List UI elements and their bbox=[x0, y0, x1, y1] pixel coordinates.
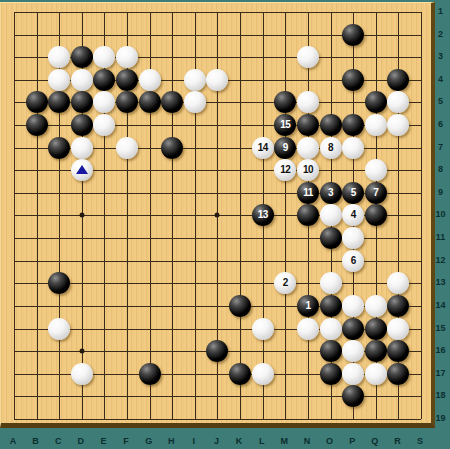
column-label-g: G bbox=[140, 436, 158, 446]
row-label-10: 10 bbox=[433, 209, 448, 219]
column-label-o: O bbox=[321, 436, 339, 446]
row-label-5: 5 bbox=[433, 96, 448, 106]
white-stone-p12: 6 bbox=[342, 250, 364, 272]
go-app-window: 151498121011357134621 ABCDEFGHIJKLMNOPQR… bbox=[0, 0, 450, 449]
black-stone-p2 bbox=[342, 24, 364, 46]
black-stone-e4 bbox=[93, 69, 115, 91]
black-stone-c13 bbox=[48, 272, 70, 294]
column-label-d: D bbox=[72, 436, 90, 446]
triangle-marker-icon bbox=[76, 165, 88, 174]
hoshi-point bbox=[79, 349, 84, 354]
row-label-4: 4 bbox=[433, 74, 448, 84]
black-stone-o16 bbox=[320, 340, 342, 362]
black-stone-o14 bbox=[320, 295, 342, 317]
white-stone-p7 bbox=[342, 137, 364, 159]
row-label-13: 13 bbox=[433, 277, 448, 287]
column-label-q: Q bbox=[366, 436, 384, 446]
white-stone-f7 bbox=[116, 137, 138, 159]
white-stone-m13: 2 bbox=[274, 272, 296, 294]
white-stone-q6 bbox=[365, 114, 387, 136]
white-stone-c15 bbox=[48, 318, 70, 340]
black-stone-k17 bbox=[229, 363, 251, 385]
column-label-a: A bbox=[4, 436, 22, 446]
black-stone-l10: 13 bbox=[252, 204, 274, 226]
white-stone-e5 bbox=[93, 91, 115, 113]
column-label-n: N bbox=[298, 436, 316, 446]
white-stone-c3 bbox=[48, 46, 70, 68]
white-stone-e6 bbox=[93, 114, 115, 136]
black-stone-f4 bbox=[116, 69, 138, 91]
black-stone-f5 bbox=[116, 91, 138, 113]
hoshi-point bbox=[79, 213, 84, 218]
grid-line-horizontal bbox=[14, 283, 421, 284]
white-stone-d7 bbox=[71, 137, 93, 159]
black-stone-o6 bbox=[320, 114, 342, 136]
column-label-p: P bbox=[343, 436, 361, 446]
black-stone-g5 bbox=[139, 91, 161, 113]
white-stone-n8: 10 bbox=[297, 159, 319, 181]
black-stone-r17 bbox=[387, 363, 409, 385]
black-stone-b5 bbox=[26, 91, 48, 113]
black-stone-q5 bbox=[365, 91, 387, 113]
white-stone-p16 bbox=[342, 340, 364, 362]
column-label-l: L bbox=[253, 436, 271, 446]
black-stone-r16 bbox=[387, 340, 409, 362]
row-label-6: 6 bbox=[433, 119, 448, 129]
grid-line-vertical bbox=[240, 12, 241, 419]
white-stone-n15 bbox=[297, 318, 319, 340]
white-stone-o13 bbox=[320, 272, 342, 294]
row-label-19: 19 bbox=[433, 413, 448, 423]
white-stone-n7 bbox=[297, 137, 319, 159]
black-stone-d3 bbox=[71, 46, 93, 68]
black-stone-n9: 11 bbox=[297, 182, 319, 204]
white-stone-n3 bbox=[297, 46, 319, 68]
black-stone-r14 bbox=[387, 295, 409, 317]
column-label-s: S bbox=[411, 436, 429, 446]
black-stone-p18 bbox=[342, 385, 364, 407]
row-label-12: 12 bbox=[433, 255, 448, 265]
black-stone-n10 bbox=[297, 204, 319, 226]
black-stone-o11 bbox=[320, 227, 342, 249]
white-stone-r6 bbox=[387, 114, 409, 136]
hoshi-point bbox=[215, 213, 220, 218]
row-label-2: 2 bbox=[433, 29, 448, 39]
board-grid: 151498121011357134621 bbox=[14, 12, 421, 419]
column-label-c: C bbox=[49, 436, 67, 446]
white-stone-n5 bbox=[297, 91, 319, 113]
column-label-b: B bbox=[27, 436, 45, 446]
black-stone-m5 bbox=[274, 91, 296, 113]
white-stone-p17 bbox=[342, 363, 364, 385]
black-stone-q9: 7 bbox=[365, 182, 387, 204]
white-stone-d8 bbox=[71, 159, 93, 181]
column-label-h: H bbox=[162, 436, 180, 446]
black-stone-p6 bbox=[342, 114, 364, 136]
black-stone-b6 bbox=[26, 114, 48, 136]
column-label-k: K bbox=[230, 436, 248, 446]
black-stone-h5 bbox=[161, 91, 183, 113]
white-stone-o10 bbox=[320, 204, 342, 226]
column-label-e: E bbox=[94, 436, 112, 446]
black-stone-q10 bbox=[365, 204, 387, 226]
black-stone-o9: 3 bbox=[320, 182, 342, 204]
black-stone-p9: 5 bbox=[342, 182, 364, 204]
row-label-7: 7 bbox=[433, 142, 448, 152]
row-label-17: 17 bbox=[433, 368, 448, 378]
white-stone-i4 bbox=[184, 69, 206, 91]
white-stone-q14 bbox=[365, 295, 387, 317]
row-label-15: 15 bbox=[433, 323, 448, 333]
black-stone-c5 bbox=[48, 91, 70, 113]
row-label-11: 11 bbox=[433, 232, 448, 242]
white-stone-g4 bbox=[139, 69, 161, 91]
row-label-16: 16 bbox=[433, 345, 448, 355]
white-stone-p11 bbox=[342, 227, 364, 249]
white-stone-d4 bbox=[71, 69, 93, 91]
black-stone-h7 bbox=[161, 137, 183, 159]
column-label-i: I bbox=[185, 436, 203, 446]
black-stone-g17 bbox=[139, 363, 161, 385]
white-stone-r13 bbox=[387, 272, 409, 294]
black-stone-d6 bbox=[71, 114, 93, 136]
row-label-8: 8 bbox=[433, 164, 448, 174]
black-stone-r4 bbox=[387, 69, 409, 91]
black-stone-p15 bbox=[342, 318, 364, 340]
black-stone-n6 bbox=[297, 114, 319, 136]
white-stone-q17 bbox=[365, 363, 387, 385]
row-label-18: 18 bbox=[433, 390, 448, 400]
black-stone-k14 bbox=[229, 295, 251, 317]
white-stone-m8: 12 bbox=[274, 159, 296, 181]
white-stone-l17 bbox=[252, 363, 274, 385]
black-stone-c7 bbox=[48, 137, 70, 159]
white-stone-i5 bbox=[184, 91, 206, 113]
white-stone-p14 bbox=[342, 295, 364, 317]
column-label-m: M bbox=[275, 436, 293, 446]
black-stone-n14: 1 bbox=[297, 295, 319, 317]
row-label-1: 1 bbox=[433, 6, 448, 16]
black-stone-d5 bbox=[71, 91, 93, 113]
column-label-r: R bbox=[388, 436, 406, 446]
white-stone-d17 bbox=[71, 363, 93, 385]
black-stone-o17 bbox=[320, 363, 342, 385]
black-stone-m7: 9 bbox=[274, 137, 296, 159]
column-label-f: F bbox=[117, 436, 135, 446]
grid-line-vertical bbox=[421, 12, 422, 419]
black-stone-m6: 15 bbox=[274, 114, 296, 136]
go-board[interactable]: 151498121011357134621 bbox=[0, 2, 435, 428]
white-stone-e3 bbox=[93, 46, 115, 68]
white-stone-c4 bbox=[48, 69, 70, 91]
row-label-3: 3 bbox=[433, 51, 448, 61]
white-stone-l15 bbox=[252, 318, 274, 340]
white-stone-l7: 14 bbox=[252, 137, 274, 159]
black-stone-p4 bbox=[342, 69, 364, 91]
white-stone-o7: 8 bbox=[320, 137, 342, 159]
white-stone-p10: 4 bbox=[342, 204, 364, 226]
row-label-9: 9 bbox=[433, 187, 448, 197]
white-stone-r5 bbox=[387, 91, 409, 113]
column-label-j: J bbox=[207, 436, 225, 446]
black-stone-q15 bbox=[365, 318, 387, 340]
black-stone-j16 bbox=[206, 340, 228, 362]
grid-line-vertical bbox=[285, 12, 286, 419]
white-stone-o15 bbox=[320, 318, 342, 340]
white-stone-r15 bbox=[387, 318, 409, 340]
row-label-14: 14 bbox=[433, 300, 448, 310]
white-stone-j4 bbox=[206, 69, 228, 91]
white-stone-f3 bbox=[116, 46, 138, 68]
white-stone-q8 bbox=[365, 159, 387, 181]
black-stone-q16 bbox=[365, 340, 387, 362]
grid-line-horizontal bbox=[14, 419, 421, 420]
